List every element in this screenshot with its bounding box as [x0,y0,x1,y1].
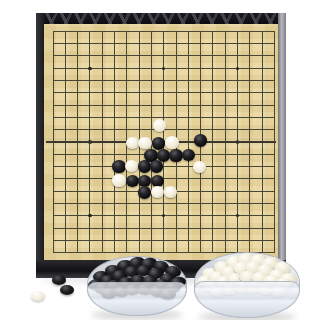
black-stone [150,160,163,173]
star-point [162,67,165,70]
star-point [236,214,239,217]
white-stone [138,137,151,150]
black-stone [112,160,125,173]
product-photo-go-set [0,0,320,320]
stone-tray-black [87,256,187,316]
grid-line-horizontal [53,203,274,204]
white-stone [153,119,166,132]
tray-front-rim [194,281,300,318]
black-stone [152,137,165,150]
loose-stone-black [60,285,74,295]
star-point [236,67,239,70]
star-point [162,214,165,217]
stone-tray-white [194,252,300,318]
star-point [88,67,91,70]
loose-stone-white [31,291,45,301]
hinge-edge [36,13,286,24]
black-stone [138,186,151,199]
grid-line-horizontal [53,240,274,241]
white-stone [165,136,178,149]
star-point [88,214,91,217]
black-stone [194,134,207,147]
loose-stone-black [52,275,66,285]
black-stone [169,149,182,162]
grid-line-horizontal [53,228,274,229]
grid-line-horizontal [53,166,274,167]
frame-left-edge [36,13,44,278]
frame-right-edge [278,13,286,278]
white-stone [112,174,125,187]
